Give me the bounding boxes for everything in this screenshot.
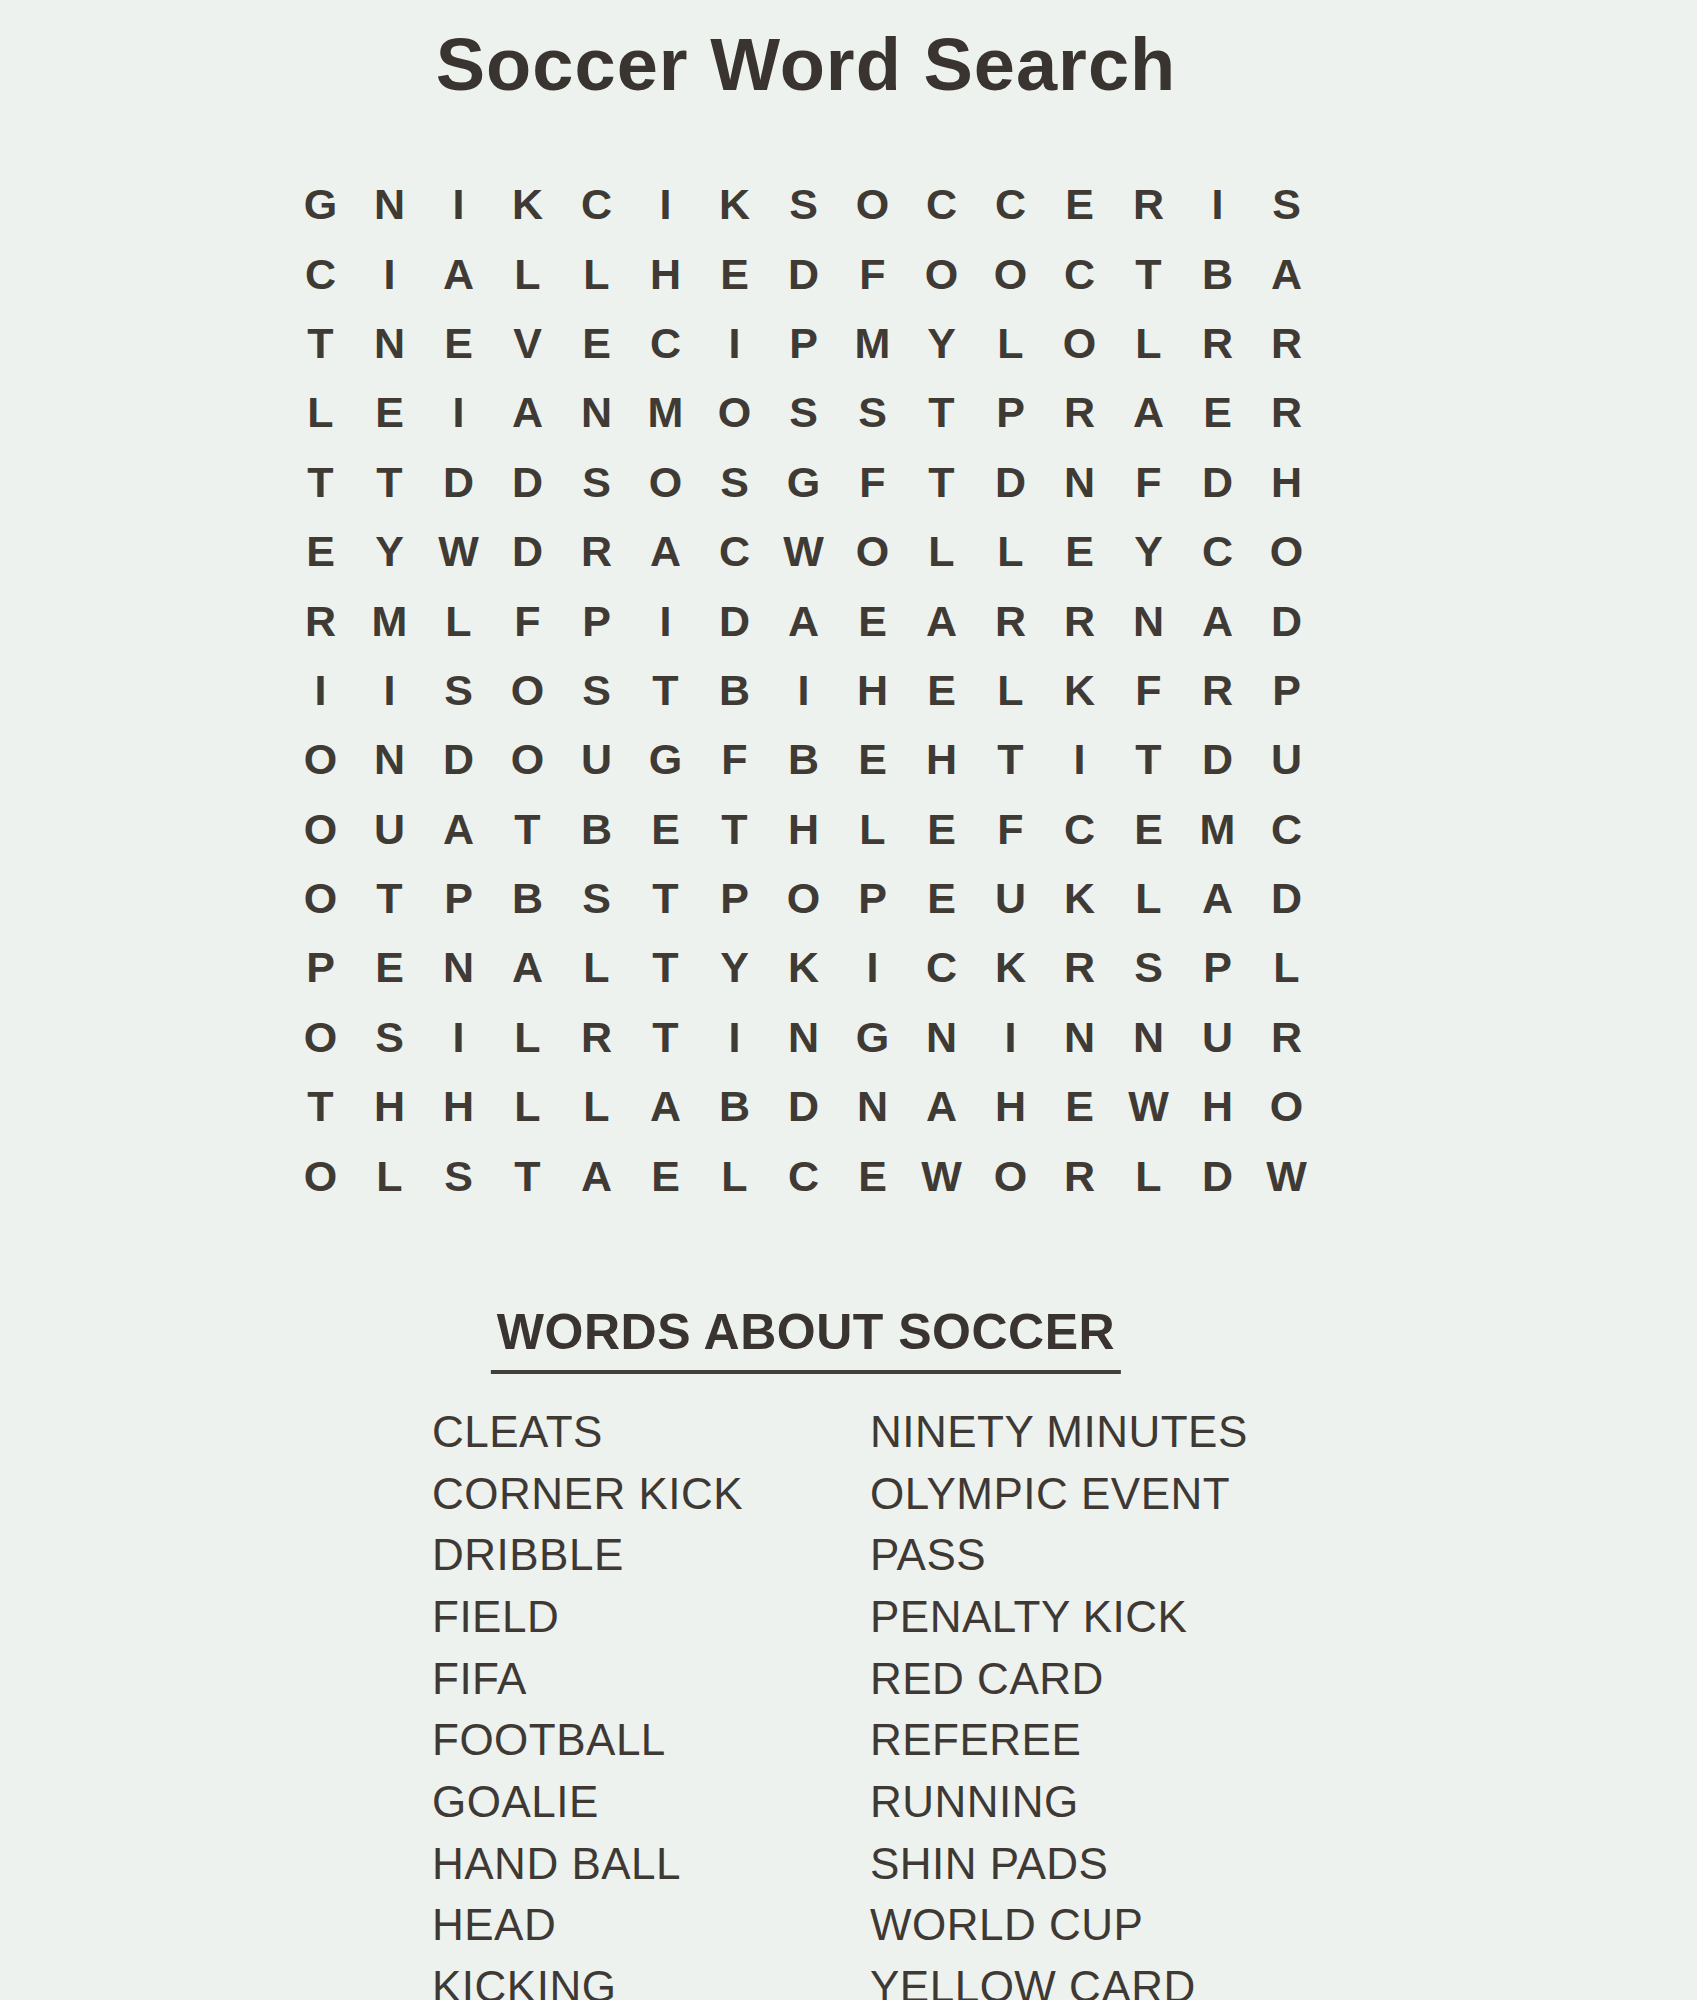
word-list-item: RED CARD [870, 1648, 1248, 1710]
grid-cell: S [700, 448, 769, 517]
grid-cell: P [838, 864, 907, 933]
grid-cell: G [769, 448, 838, 517]
grid-cell: L [562, 239, 631, 308]
grid-cell: S [562, 864, 631, 933]
grid-cell: N [1045, 448, 1114, 517]
grid-cell: D [424, 725, 493, 794]
word-list-item: NINETY MINUTES [870, 1401, 1248, 1463]
grid-cell: L [1114, 1141, 1183, 1210]
grid-cell: Y [1114, 517, 1183, 586]
grid-cell: T [631, 864, 700, 933]
grid-cell: E [1045, 1072, 1114, 1141]
grid-cell: D [700, 586, 769, 655]
grid-cell: T [976, 725, 1045, 794]
grid-cell: I [838, 933, 907, 1002]
grid-cell: R [1045, 933, 1114, 1002]
grid-cell: L [1114, 309, 1183, 378]
grid-cell: B [700, 656, 769, 725]
word-list-item: SHIN PADS [870, 1833, 1248, 1895]
grid-cell: L [1114, 864, 1183, 933]
grid-cell: H [976, 1072, 1045, 1141]
grid-cell: W [1252, 1141, 1321, 1210]
grid-cell: E [838, 1141, 907, 1210]
grid-cell: H [838, 656, 907, 725]
grid-cell: A [424, 795, 493, 864]
grid-cell: F [493, 586, 562, 655]
grid-cell: C [562, 170, 631, 239]
grid-cell: S [838, 378, 907, 447]
grid-cell: L [1252, 933, 1321, 1002]
grid-cell: W [907, 1141, 976, 1210]
grid-cell: U [355, 795, 424, 864]
grid-cell: N [424, 933, 493, 1002]
grid-cell: E [838, 725, 907, 794]
grid-cell: N [838, 1072, 907, 1141]
word-list-item: CORNER KICK [432, 1463, 743, 1525]
grid-cell: B [493, 864, 562, 933]
grid-cell: I [1045, 725, 1114, 794]
grid-cell: W [1114, 1072, 1183, 1141]
grid-cell: S [562, 448, 631, 517]
grid-cell: I [1183, 170, 1252, 239]
grid-cell: N [769, 1003, 838, 1072]
grid-cell: T [286, 309, 355, 378]
word-list-item: GOALIE [432, 1771, 743, 1833]
grid-cell: U [1183, 1003, 1252, 1072]
grid-cell: Y [355, 517, 424, 586]
grid-cell: O [1252, 1072, 1321, 1141]
grid-cell: A [1183, 864, 1252, 933]
grid-cell: R [1045, 586, 1114, 655]
grid-cell: I [631, 586, 700, 655]
grid-cell: F [838, 239, 907, 308]
word-list-item: CLEATS [432, 1401, 743, 1463]
grid-cell: U [976, 864, 1045, 933]
grid-cell: A [493, 378, 562, 447]
grid-cell: C [769, 1141, 838, 1210]
grid-cell: E [907, 656, 976, 725]
grid-cell: C [1045, 795, 1114, 864]
grid-cell: P [1183, 933, 1252, 1002]
word-list-item: OLYMPIC EVENT [870, 1463, 1248, 1525]
grid-cell: S [355, 1003, 424, 1072]
grid-cell: H [907, 725, 976, 794]
grid-cell: I [631, 170, 700, 239]
word-list-item: YELLOW CARD [870, 1956, 1248, 2000]
word-list-item: HAND BALL [432, 1833, 743, 1895]
word-list-item: KICKING [432, 1956, 743, 2000]
grid-cell: O [286, 1003, 355, 1072]
grid-cell: B [1183, 239, 1252, 308]
grid-cell: O [976, 1141, 1045, 1210]
grid-cell: A [1183, 586, 1252, 655]
grid-cell: L [562, 1072, 631, 1141]
grid-cell: H [355, 1072, 424, 1141]
grid-cell: E [631, 1141, 700, 1210]
grid-cell: E [838, 586, 907, 655]
grid-cell: R [976, 586, 1045, 655]
grid-cell: N [907, 1003, 976, 1072]
grid-cell: E [1114, 795, 1183, 864]
grid-cell: O [1045, 309, 1114, 378]
grid-cell: T [493, 795, 562, 864]
word-list-item: FIELD [432, 1586, 743, 1648]
grid-cell: D [1183, 725, 1252, 794]
grid-cell: T [286, 448, 355, 517]
grid-cell: C [700, 517, 769, 586]
grid-cell: K [976, 933, 1045, 1002]
grid-cell: E [355, 378, 424, 447]
grid-cell: I [424, 378, 493, 447]
grid-cell: R [1183, 309, 1252, 378]
worksheet-page: Soccer Word Search GNIKCIKSOCCERISCIALLH… [0, 0, 1697, 2000]
grid-cell: D [769, 1072, 838, 1141]
grid-cell: D [976, 448, 1045, 517]
grid-cell: A [907, 586, 976, 655]
grid-cell: N [1114, 586, 1183, 655]
grid-cell: M [355, 586, 424, 655]
grid-cell: L [562, 933, 631, 1002]
grid-cell: P [286, 933, 355, 1002]
grid-cell: E [286, 517, 355, 586]
grid-cell: A [631, 517, 700, 586]
grid-cell: I [700, 309, 769, 378]
grid-cell: K [769, 933, 838, 1002]
grid-cell: S [424, 1141, 493, 1210]
grid-cell: P [1252, 656, 1321, 725]
grid-cell: L [286, 378, 355, 447]
grid-cell: O [700, 378, 769, 447]
grid-cell: S [1114, 933, 1183, 1002]
word-list-item: RUNNING [870, 1771, 1248, 1833]
grid-cell: R [562, 517, 631, 586]
grid-cell: L [493, 1003, 562, 1072]
grid-cell: H [1252, 448, 1321, 517]
grid-cell: I [424, 1003, 493, 1072]
grid-cell: T [631, 656, 700, 725]
grid-cell: D [1252, 864, 1321, 933]
grid-cell: S [769, 378, 838, 447]
grid-cell: O [769, 864, 838, 933]
grid-cell: A [493, 933, 562, 1002]
grid-cell: D [1252, 586, 1321, 655]
grid-cell: K [700, 170, 769, 239]
grid-cell: T [1114, 725, 1183, 794]
grid-cell: C [907, 933, 976, 1002]
grid-cell: C [631, 309, 700, 378]
grid-cell: C [1252, 795, 1321, 864]
grid-cell: E [700, 239, 769, 308]
grid-cell: P [976, 378, 1045, 447]
grid-cell: O [631, 448, 700, 517]
word-list-item: PASS [870, 1524, 1248, 1586]
grid-cell: O [286, 725, 355, 794]
grid-cell: R [1045, 378, 1114, 447]
grid-cell: E [1045, 517, 1114, 586]
grid-cell: N [1045, 1003, 1114, 1072]
grid-cell: T [493, 1141, 562, 1210]
grid-cell: O [976, 239, 1045, 308]
grid-cell: R [286, 586, 355, 655]
grid-cell: A [424, 239, 493, 308]
grid-cell: W [424, 517, 493, 586]
word-search-grid: GNIKCIKSOCCERISCIALLHEDFOOCTBATNEVECIPMY… [286, 170, 1321, 1211]
grid-cell: S [769, 170, 838, 239]
grid-cell: D [1183, 448, 1252, 517]
grid-cell: F [1114, 448, 1183, 517]
grid-cell: T [907, 448, 976, 517]
grid-cell: O [838, 170, 907, 239]
grid-cell: V [493, 309, 562, 378]
grid-cell: U [1252, 725, 1321, 794]
grid-cell: R [1183, 656, 1252, 725]
grid-cell: R [1252, 309, 1321, 378]
grid-cell: A [1114, 378, 1183, 447]
grid-cell: K [1045, 864, 1114, 933]
grid-cell: R [1045, 1141, 1114, 1210]
grid-cell: G [286, 170, 355, 239]
grid-cell: D [424, 448, 493, 517]
grid-cell: N [1114, 1003, 1183, 1072]
grid-cell: E [562, 309, 631, 378]
word-list-heading: WORDS ABOUT SOCCER [491, 1303, 1121, 1374]
grid-cell: H [769, 795, 838, 864]
grid-cell: A [562, 1141, 631, 1210]
word-list-item: PENALTY KICK [870, 1586, 1248, 1648]
grid-cell: P [562, 586, 631, 655]
grid-cell: M [1183, 795, 1252, 864]
grid-cell: T [631, 1003, 700, 1072]
grid-cell: E [907, 795, 976, 864]
grid-cell: L [355, 1141, 424, 1210]
grid-cell: B [769, 725, 838, 794]
grid-cell: O [838, 517, 907, 586]
grid-cell: O [493, 656, 562, 725]
grid-cell: O [907, 239, 976, 308]
grid-cell: D [493, 448, 562, 517]
grid-cell: F [838, 448, 907, 517]
grid-cell: L [700, 1141, 769, 1210]
grid-cell: F [700, 725, 769, 794]
grid-cell: R [1252, 378, 1321, 447]
grid-cell: O [286, 1141, 355, 1210]
grid-cell: C [907, 170, 976, 239]
grid-cell: Y [907, 309, 976, 378]
grid-cell: I [424, 170, 493, 239]
grid-cell: H [631, 239, 700, 308]
grid-cell: L [493, 239, 562, 308]
grid-cell: I [286, 656, 355, 725]
grid-cell: C [1183, 517, 1252, 586]
grid-cell: K [493, 170, 562, 239]
grid-cell: M [631, 378, 700, 447]
grid-cell: R [1114, 170, 1183, 239]
grid-cell: R [1252, 1003, 1321, 1072]
grid-cell: O [286, 864, 355, 933]
grid-cell: D [769, 239, 838, 308]
page-title: Soccer Word Search [436, 22, 1176, 107]
grid-cell: N [562, 378, 631, 447]
grid-cell: D [493, 517, 562, 586]
grid-cell: C [1045, 239, 1114, 308]
grid-cell: W [769, 517, 838, 586]
grid-cell: A [907, 1072, 976, 1141]
word-list-heading-wrap: WORDS ABOUT SOCCER [491, 1303, 1121, 1374]
word-list-item: FOOTBALL [432, 1709, 743, 1771]
grid-cell: T [286, 1072, 355, 1141]
grid-cell: E [355, 933, 424, 1002]
grid-cell: A [631, 1072, 700, 1141]
grid-cell: O [1252, 517, 1321, 586]
grid-cell: T [355, 864, 424, 933]
grid-cell: I [769, 656, 838, 725]
grid-cell: O [286, 795, 355, 864]
grid-cell: N [355, 725, 424, 794]
grid-cell: A [1252, 239, 1321, 308]
grid-cell: T [907, 378, 976, 447]
word-list-item: DRIBBLE [432, 1524, 743, 1586]
grid-cell: A [769, 586, 838, 655]
grid-cell: M [838, 309, 907, 378]
grid-cell: L [424, 586, 493, 655]
grid-cell: E [424, 309, 493, 378]
grid-cell: S [1252, 170, 1321, 239]
grid-cell: B [562, 795, 631, 864]
word-list: CLEATSCORNER KICKDRIBBLEFIELDFIFAFOOTBAL… [0, 1401, 1697, 2000]
grid-cell: P [424, 864, 493, 933]
grid-cell: L [838, 795, 907, 864]
grid-cell: F [976, 795, 1045, 864]
grid-cell: I [700, 1003, 769, 1072]
grid-cell: I [355, 656, 424, 725]
grid-cell: Y [700, 933, 769, 1002]
grid-cell: F [1114, 656, 1183, 725]
grid-cell: S [562, 656, 631, 725]
grid-cell: H [1183, 1072, 1252, 1141]
word-list-item: FIFA [432, 1648, 743, 1710]
grid-cell: T [355, 448, 424, 517]
grid-cell: G [631, 725, 700, 794]
grid-cell: T [700, 795, 769, 864]
grid-cell: U [562, 725, 631, 794]
grid-cell: T [1114, 239, 1183, 308]
grid-cell: O [493, 725, 562, 794]
word-list-column-right: NINETY MINUTESOLYMPIC EVENTPASSPENALTY K… [870, 1401, 1248, 2000]
grid-cell: C [976, 170, 1045, 239]
grid-cell: E [631, 795, 700, 864]
grid-cell: R [562, 1003, 631, 1072]
grid-cell: P [769, 309, 838, 378]
grid-cell: E [1045, 170, 1114, 239]
grid-cell: B [700, 1072, 769, 1141]
grid-cell: G [838, 1003, 907, 1072]
grid-cell: H [424, 1072, 493, 1141]
grid-cell: L [976, 517, 1045, 586]
grid-cell: D [1183, 1141, 1252, 1210]
grid-cell: E [1183, 378, 1252, 447]
word-list-item: REFEREE [870, 1709, 1248, 1771]
grid-cell: N [355, 170, 424, 239]
grid-cell: I [355, 239, 424, 308]
grid-cell: L [493, 1072, 562, 1141]
grid-cell: L [976, 656, 1045, 725]
word-list-item: WORLD CUP [870, 1895, 1248, 1957]
grid-cell: C [286, 239, 355, 308]
grid-cell: L [976, 309, 1045, 378]
word-list-column-left: CLEATSCORNER KICKDRIBBLEFIELDFIFAFOOTBAL… [432, 1401, 743, 2000]
word-list-item: HEAD [432, 1895, 743, 1957]
grid-cell: S [424, 656, 493, 725]
grid-cell: P [700, 864, 769, 933]
grid-cell: L [907, 517, 976, 586]
grid-cell: E [907, 864, 976, 933]
grid-cell: N [355, 309, 424, 378]
grid-cell: I [976, 1003, 1045, 1072]
grid-cell: K [1045, 656, 1114, 725]
grid-cell: T [631, 933, 700, 1002]
